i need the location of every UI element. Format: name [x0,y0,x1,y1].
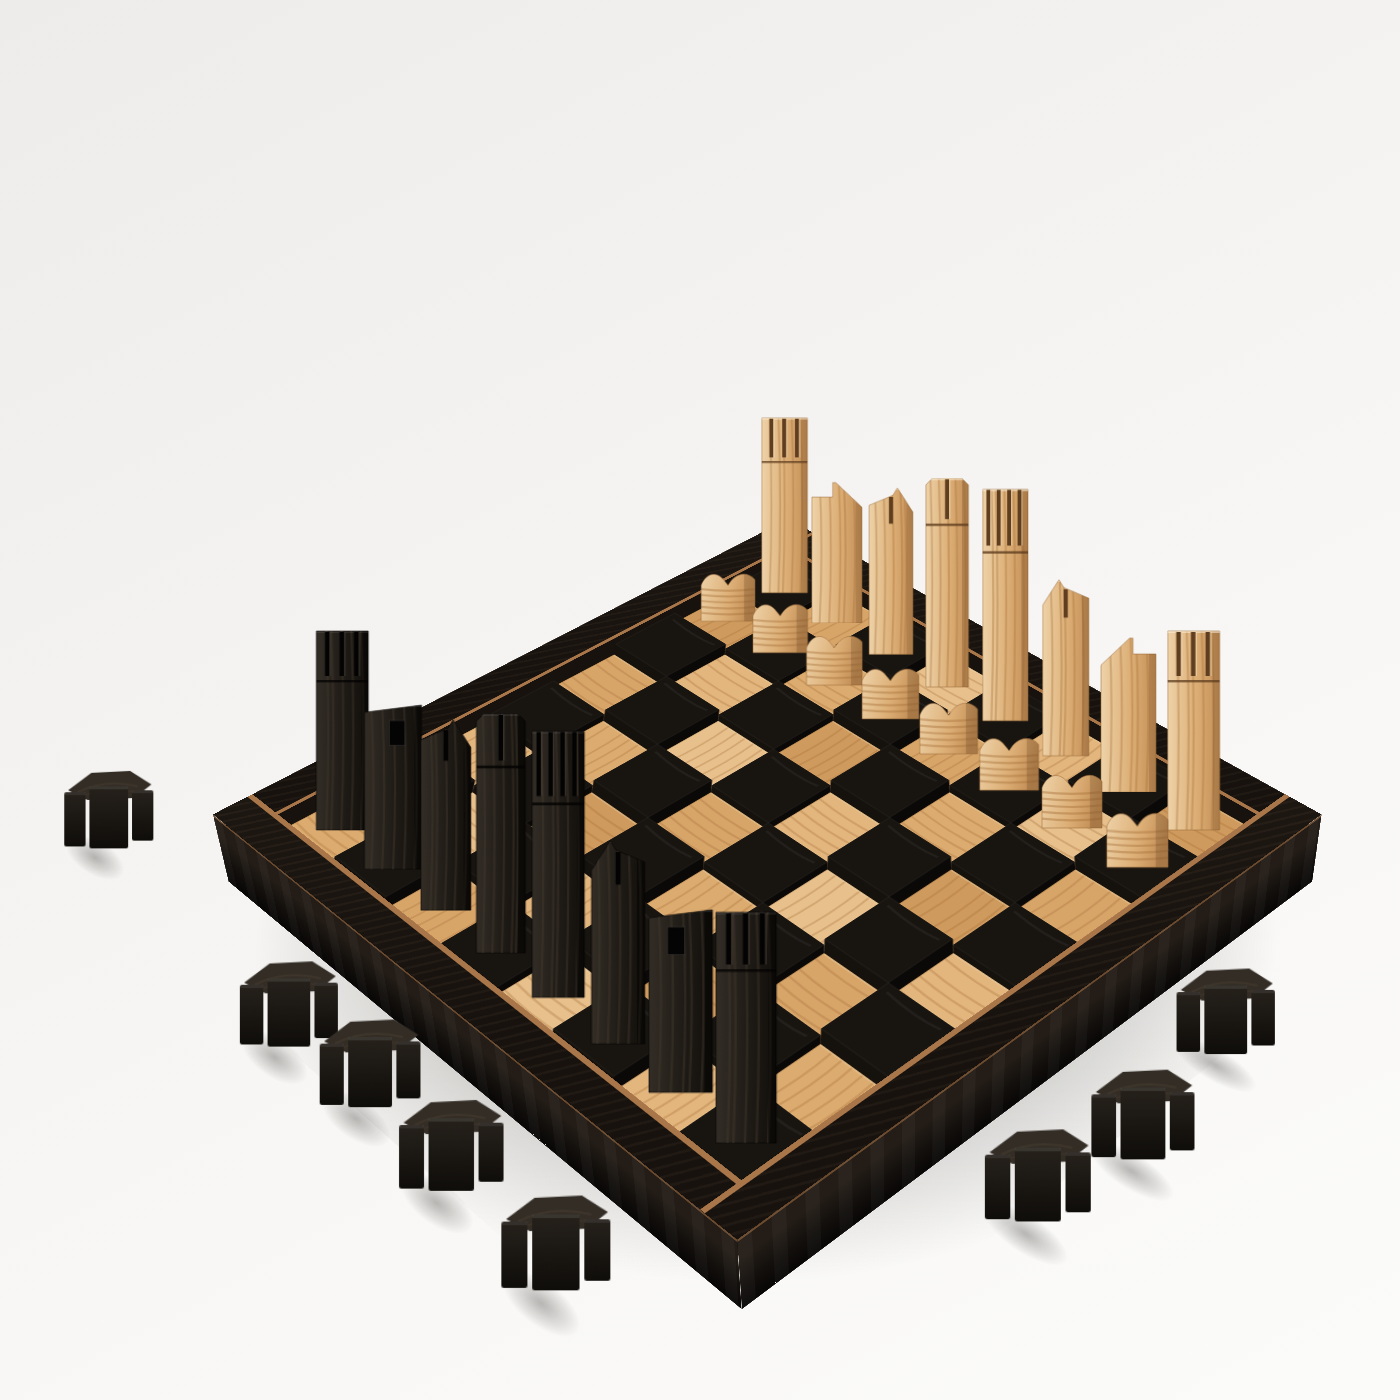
square-f4 [817,818,961,911]
product-photo-stage [0,0,1400,1400]
square-f5 [762,869,889,953]
square-g3 [946,823,1081,910]
scene-3d [0,0,1400,1400]
square-g5 [814,897,964,998]
square-g4 [889,869,1016,953]
square-e5 [698,823,833,910]
